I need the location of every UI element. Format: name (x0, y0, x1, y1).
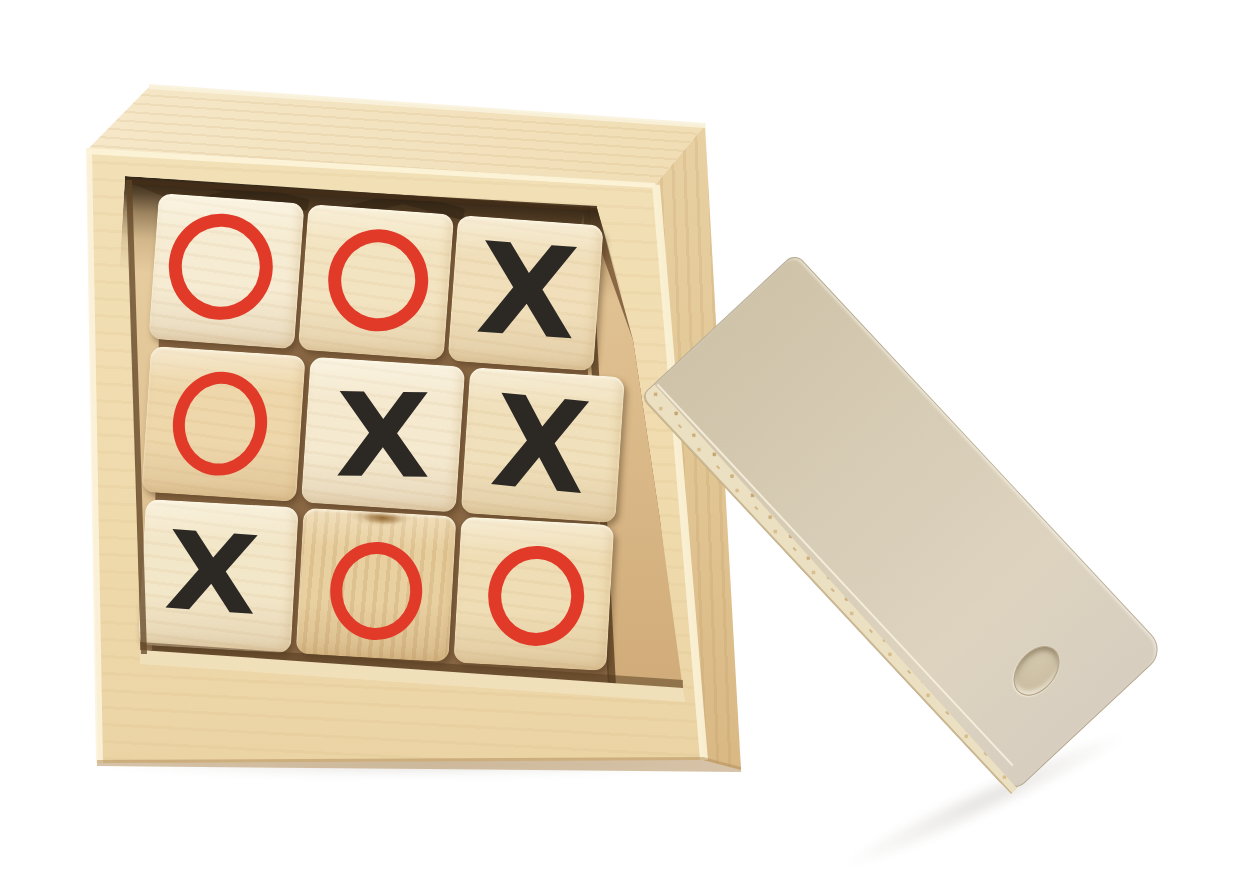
x-mark: X (473, 225, 582, 357)
lid-thumb-notch (1004, 637, 1069, 704)
cube-r1c1[interactable] (148, 193, 304, 349)
cube-r1c2[interactable] (298, 204, 454, 360)
o-mark (164, 364, 274, 482)
cube-r3c3[interactable] (453, 517, 614, 671)
cube-r3c2[interactable] (296, 508, 457, 662)
o-mark (167, 212, 275, 322)
cube-r2c3[interactable]: X (461, 367, 625, 523)
cube-r3c1[interactable]: X (138, 499, 299, 653)
x-mark: X (487, 378, 594, 513)
o-mark (327, 539, 424, 642)
cube-r1c3[interactable]: X (448, 215, 604, 371)
cube-r2c1[interactable] (141, 346, 305, 502)
board-row-3: X (138, 499, 614, 671)
product-photo-scene: X XX X (0, 0, 1250, 884)
x-mark: X (335, 378, 432, 495)
x-mark: X (162, 517, 262, 631)
o-mark (485, 543, 586, 648)
o-mark (325, 226, 432, 335)
cube-r2c2[interactable]: X (301, 357, 465, 513)
